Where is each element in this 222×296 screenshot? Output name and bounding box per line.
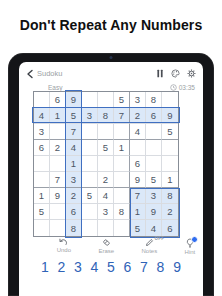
undo-label: Undo <box>57 247 71 253</box>
cell-r3c4[interactable] <box>82 124 98 140</box>
difficulty-label: Easy <box>48 84 62 91</box>
cell-r2c5[interactable]: 8 <box>98 108 114 124</box>
cell-r4c3[interactable]: 4 <box>66 140 82 156</box>
timer: 03:35 <box>170 84 195 91</box>
cell-r8c3[interactable]: 6 <box>66 204 82 220</box>
camera-dot <box>110 56 113 59</box>
undo-icon <box>59 238 68 246</box>
numpad-8[interactable]: 8 <box>157 259 165 275</box>
pause-icon[interactable] <box>156 69 164 78</box>
cell-r3c5[interactable] <box>98 124 114 140</box>
cell-r7c5[interactable]: 4 <box>98 188 114 204</box>
cell-r2c1[interactable]: 4 <box>34 108 50 124</box>
notes-off-badge: OFF <box>155 236 165 241</box>
cell-r5c8[interactable] <box>146 156 162 172</box>
cell-r2c4[interactable]: 3 <box>82 108 98 124</box>
cell-r2c7[interactable]: 2 <box>130 108 146 124</box>
cell-r9c5[interactable] <box>98 220 114 236</box>
cell-r6c2[interactable]: 7 <box>50 172 66 188</box>
undo-button[interactable]: Undo <box>57 238 71 253</box>
status-row: Easy 03:35 <box>48 83 195 91</box>
cell-r9c8[interactable]: 4 <box>146 220 162 236</box>
numpad-4[interactable]: 4 <box>91 259 99 275</box>
cell-r8c8[interactable]: 9 <box>146 204 162 220</box>
cell-r2c6[interactable]: 7 <box>114 108 130 124</box>
numpad: 123456789 <box>41 258 181 276</box>
cell-r8c5[interactable]: 3 <box>98 204 114 220</box>
cell-r7c7[interactable]: 7 <box>130 188 146 204</box>
cell-r9c6[interactable] <box>114 220 130 236</box>
hint-badge <box>191 236 198 243</box>
gear-icon[interactable] <box>187 69 196 78</box>
numpad-6[interactable]: 6 <box>124 259 132 275</box>
cell-r1c7[interactable]: 3 <box>130 92 146 108</box>
cell-r3c9[interactable]: 5 <box>162 124 178 140</box>
cell-r4c8[interactable] <box>146 140 162 156</box>
cell-r7c3[interactable]: 2 <box>66 188 82 204</box>
cell-r9c3[interactable]: 8 <box>66 220 82 236</box>
clock-icon <box>170 84 177 91</box>
tablet-mockup: Sudoku Easy 03:35 <box>8 53 214 296</box>
numpad-3[interactable]: 3 <box>74 259 82 275</box>
numpad-1[interactable]: 1 <box>41 259 49 275</box>
timer-value: 03:35 <box>179 84 195 91</box>
cell-r1c6[interactable]: 5 <box>114 92 130 108</box>
eraser-icon <box>102 238 111 247</box>
cell-r7c6[interactable] <box>114 188 130 204</box>
erase-label: Erase <box>98 248 114 254</box>
hint-button[interactable]: Hint <box>185 238 196 255</box>
pencil-icon <box>145 238 154 247</box>
cell-r2c3[interactable]: 5 <box>66 108 82 124</box>
back-chevron-icon <box>26 69 34 79</box>
numpad-9[interactable]: 9 <box>173 259 181 275</box>
cell-r1c1[interactable] <box>34 92 50 108</box>
cell-r9c7[interactable]: 5 <box>130 220 146 236</box>
back-button[interactable]: Sudoku <box>26 69 62 79</box>
cell-r1c8[interactable]: 8 <box>146 92 162 108</box>
cell-r7c8[interactable]: 3 <box>146 188 162 204</box>
cell-r4c2[interactable]: 2 <box>50 140 66 156</box>
cell-r3c2[interactable] <box>50 124 66 140</box>
cell-r6c5[interactable]: 2 <box>98 172 114 188</box>
cell-r1c3[interactable]: 9 <box>66 92 82 108</box>
cell-r5c1[interactable] <box>34 156 50 172</box>
numpad-5[interactable]: 5 <box>107 259 115 275</box>
cell-r6c7[interactable]: 9 <box>130 172 146 188</box>
notes-button[interactable]: OFF Notes <box>142 238 158 254</box>
cell-r6c3[interactable]: 3 <box>66 172 82 188</box>
cell-r8c9[interactable]: 2 <box>162 204 178 220</box>
board-area: 6953841538726937456245116732951192547385… <box>33 91 179 237</box>
cell-r9c1[interactable] <box>34 220 50 236</box>
cell-r1c9[interactable] <box>162 92 178 108</box>
cell-r6c4[interactable] <box>82 172 98 188</box>
cell-r6c8[interactable]: 5 <box>146 172 162 188</box>
cell-r6c1[interactable] <box>34 172 50 188</box>
numpad-2[interactable]: 2 <box>58 259 66 275</box>
cell-r2c9[interactable]: 9 <box>162 108 178 124</box>
numpad-7[interactable]: 7 <box>140 259 148 275</box>
cell-r7c2[interactable]: 9 <box>50 188 66 204</box>
cell-r8c6[interactable]: 8 <box>114 204 130 220</box>
palette-icon[interactable] <box>171 69 180 78</box>
cell-r9c9[interactable]: 6 <box>162 220 178 236</box>
cell-r1c5[interactable] <box>98 92 114 108</box>
cell-r7c9[interactable]: 8 <box>162 188 178 204</box>
hint-label: Hint <box>185 249 196 255</box>
cell-r2c8[interactable]: 6 <box>146 108 162 124</box>
cell-r3c3[interactable]: 7 <box>66 124 82 140</box>
cell-r4c4[interactable] <box>82 140 98 156</box>
cell-r3c8[interactable] <box>146 124 162 140</box>
cell-r5c4[interactable] <box>82 156 98 172</box>
cell-r4c5[interactable]: 5 <box>98 140 114 156</box>
notes-label: Notes <box>142 248 158 254</box>
cell-r3c7[interactable]: 4 <box>130 124 146 140</box>
cell-r4c6[interactable]: 1 <box>114 140 130 156</box>
cell-r8c1[interactable]: 5 <box>34 204 50 220</box>
cell-r6c9[interactable]: 1 <box>162 172 178 188</box>
app-bar: Sudoku <box>26 67 196 80</box>
toolbar: Undo Erase OFF Notes Hint <box>43 238 203 255</box>
cell-r8c4[interactable] <box>82 204 98 220</box>
cell-r9c2[interactable] <box>50 220 66 236</box>
cell-r8c2[interactable] <box>50 204 66 220</box>
cell-r1c4[interactable] <box>82 92 98 108</box>
cell-r5c2[interactable] <box>50 156 66 172</box>
app-screen: Sudoku Easy 03:35 <box>19 62 203 296</box>
cell-r2c2[interactable]: 1 <box>50 108 66 124</box>
cell-r5c9[interactable] <box>162 156 178 172</box>
cell-r6c6[interactable] <box>114 172 130 188</box>
cell-r3c1[interactable]: 3 <box>34 124 50 140</box>
cell-r4c7[interactable] <box>130 140 146 156</box>
cell-r5c5[interactable] <box>98 156 114 172</box>
cell-r1c2[interactable]: 6 <box>50 92 66 108</box>
cell-r4c1[interactable]: 6 <box>34 140 50 156</box>
cell-r3c6[interactable] <box>114 124 130 140</box>
sudoku-grid: 6953841538726937456245116732951192547385… <box>33 91 179 237</box>
cell-r7c1[interactable]: 1 <box>34 188 50 204</box>
cell-r5c6[interactable] <box>114 156 130 172</box>
cell-r8c7[interactable]: 1 <box>130 204 146 220</box>
cell-r5c3[interactable]: 1 <box>66 156 82 172</box>
app-title: Sudoku <box>37 69 62 78</box>
cell-r5c7[interactable]: 6 <box>130 156 146 172</box>
cell-r7c4[interactable]: 5 <box>82 188 98 204</box>
cell-r9c4[interactable] <box>82 220 98 236</box>
page-title: Don't Repeat Any Numbers <box>0 17 222 33</box>
erase-button[interactable]: Erase <box>98 238 114 254</box>
cell-r4c9[interactable] <box>162 140 178 156</box>
